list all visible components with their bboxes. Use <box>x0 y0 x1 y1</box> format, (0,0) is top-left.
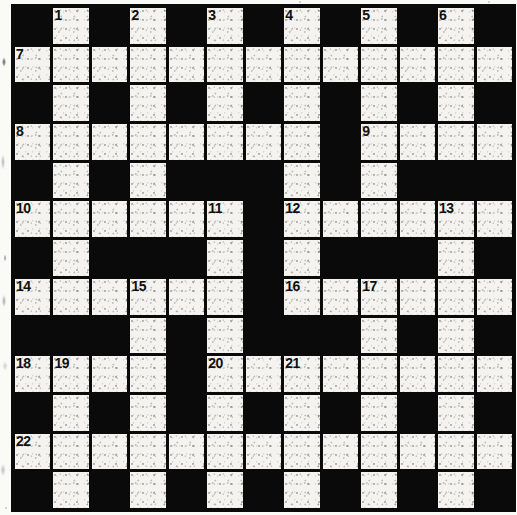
cell-r8c2[interactable] <box>53 279 88 315</box>
clue-number: 17 <box>362 279 377 293</box>
clue-number: 16 <box>285 279 300 293</box>
cell-r7c3 <box>92 240 127 276</box>
clue-number: 8 <box>16 124 23 138</box>
crossword-board: 12345678910111213141516171819202122 <box>11 4 516 512</box>
cell-r3c1 <box>15 85 50 121</box>
cell-r11c3 <box>92 395 127 431</box>
cell-r11c7 <box>246 395 281 431</box>
cell-r3c10[interactable] <box>361 85 396 121</box>
clue-number: 19 <box>54 356 69 370</box>
clue-number: 15 <box>131 279 146 293</box>
cell-r3c2[interactable] <box>53 85 88 121</box>
cell-r13c9 <box>323 472 358 508</box>
cell-r2c5[interactable] <box>169 47 204 83</box>
cell-r1c6[interactable]: 3 <box>207 8 242 44</box>
cell-r8c10[interactable]: 17 <box>361 279 396 315</box>
clue-number: 2 <box>131 8 138 22</box>
cell-r10c4[interactable] <box>130 356 165 392</box>
cell-r13c12[interactable] <box>438 472 473 508</box>
cell-r6c5[interactable] <box>169 201 204 237</box>
cell-r13c7 <box>246 472 281 508</box>
clue-number: 12 <box>285 201 300 215</box>
cell-r2c7[interactable] <box>246 47 281 83</box>
cell-r11c13 <box>477 395 512 431</box>
cell-r6c1[interactable]: 10 <box>15 201 50 237</box>
cell-r13c6[interactable] <box>207 472 242 508</box>
cell-r6c8[interactable]: 12 <box>284 201 319 237</box>
cell-r4c8[interactable] <box>284 124 319 160</box>
clue-number: 11 <box>208 201 222 215</box>
cell-r6c13[interactable] <box>477 201 512 237</box>
cell-r1c3 <box>92 8 127 44</box>
cell-r10c8[interactable]: 21 <box>284 356 319 392</box>
cell-r7c1 <box>15 240 50 276</box>
cell-r8c5[interactable] <box>169 279 204 315</box>
cell-r5c5 <box>169 163 204 199</box>
cell-r5c11 <box>400 163 435 199</box>
cell-r7c2[interactable] <box>53 240 88 276</box>
cell-r13c4[interactable] <box>130 472 165 508</box>
cell-r7c8[interactable] <box>284 240 319 276</box>
cell-r8c4[interactable]: 15 <box>130 279 165 315</box>
cell-r5c8[interactable] <box>284 163 319 199</box>
cell-r1c13 <box>477 8 512 44</box>
cell-r3c7 <box>246 85 281 121</box>
cell-r1c1 <box>15 8 50 44</box>
cell-r13c10[interactable] <box>361 472 396 508</box>
cell-r9c13 <box>477 318 512 354</box>
clue-number: 21 <box>285 356 300 370</box>
cell-r8c7 <box>246 279 281 315</box>
cell-r3c9 <box>323 85 358 121</box>
cell-r2c9[interactable] <box>323 47 358 83</box>
clue-number: 22 <box>16 434 31 448</box>
cell-r6c12[interactable]: 13 <box>438 201 473 237</box>
cell-r4c9 <box>323 124 358 160</box>
cell-r12c2[interactable] <box>53 434 88 470</box>
cell-r1c11 <box>400 8 435 44</box>
cell-r13c8[interactable] <box>284 472 319 508</box>
cell-r12c13[interactable] <box>477 434 512 470</box>
cell-r11c6[interactable] <box>207 395 242 431</box>
cell-r9c7 <box>246 318 281 354</box>
cell-r9c4[interactable] <box>130 318 165 354</box>
cell-r11c4[interactable] <box>130 395 165 431</box>
cell-r4c4[interactable] <box>130 124 165 160</box>
cell-r3c5 <box>169 85 204 121</box>
cell-r10c2[interactable]: 19 <box>53 356 88 392</box>
clue-number: 18 <box>16 356 31 370</box>
cell-r7c11 <box>400 240 435 276</box>
cell-r6c4[interactable] <box>130 201 165 237</box>
cell-r9c12[interactable] <box>438 318 473 354</box>
clue-number: 1 <box>54 8 61 22</box>
cell-r8c8[interactable]: 16 <box>284 279 319 315</box>
cell-r12c3[interactable] <box>92 434 127 470</box>
cell-r4c3[interactable] <box>92 124 127 160</box>
cell-r8c1[interactable]: 14 <box>15 279 50 315</box>
cell-r2c4[interactable] <box>130 47 165 83</box>
cell-r10c11[interactable] <box>400 356 435 392</box>
cell-r1c9 <box>323 8 358 44</box>
clue-number: 14 <box>16 279 31 293</box>
cell-r1c4[interactable]: 2 <box>130 8 165 44</box>
cell-r10c9[interactable] <box>323 356 358 392</box>
cell-r7c10 <box>361 240 396 276</box>
cell-r6c3[interactable] <box>92 201 127 237</box>
cell-r9c3 <box>92 318 127 354</box>
cell-r5c2[interactable] <box>53 163 88 199</box>
cell-r4c7[interactable] <box>246 124 281 160</box>
cell-r13c11 <box>400 472 435 508</box>
cell-r8c12[interactable] <box>438 279 473 315</box>
cell-r8c3[interactable] <box>92 279 127 315</box>
cell-r7c6[interactable] <box>207 240 242 276</box>
cell-r4c5[interactable] <box>169 124 204 160</box>
cell-r11c8[interactable] <box>284 395 319 431</box>
cell-r4c1[interactable]: 8 <box>15 124 50 160</box>
cell-r8c9[interactable] <box>323 279 358 315</box>
cell-r3c11 <box>400 85 435 121</box>
cell-r10c13[interactable] <box>477 356 512 392</box>
cell-r4c10[interactable]: 9 <box>361 124 396 160</box>
cell-r2c3[interactable] <box>92 47 127 83</box>
clue-number: 4 <box>285 8 292 22</box>
cell-r12c7[interactable] <box>246 434 281 470</box>
cell-r12c8[interactable] <box>284 434 319 470</box>
cell-r9c6[interactable] <box>207 318 242 354</box>
cell-r7c5 <box>169 240 204 276</box>
cell-r9c10[interactable] <box>361 318 396 354</box>
cell-r1c8[interactable]: 4 <box>284 8 319 44</box>
cell-r2c10[interactable] <box>361 47 396 83</box>
cell-r3c13 <box>477 85 512 121</box>
cell-r9c2 <box>53 318 88 354</box>
cell-r2c6[interactable] <box>207 47 242 83</box>
cell-r1c7 <box>246 8 281 44</box>
cell-r1c10[interactable]: 5 <box>361 8 396 44</box>
cell-r10c6[interactable]: 20 <box>207 356 242 392</box>
cell-r4c13[interactable] <box>477 124 512 160</box>
cell-r2c11[interactable] <box>400 47 435 83</box>
clue-number: 10 <box>16 201 31 215</box>
cell-r10c7[interactable] <box>246 356 281 392</box>
cell-r6c7 <box>246 201 281 237</box>
cell-r5c13 <box>477 163 512 199</box>
cell-r6c10[interactable] <box>361 201 396 237</box>
cell-r12c6[interactable] <box>207 434 242 470</box>
cell-r7c12[interactable] <box>438 240 473 276</box>
cell-r4c2[interactable] <box>53 124 88 160</box>
cell-r13c2[interactable] <box>53 472 88 508</box>
cell-r9c5 <box>169 318 204 354</box>
clue-number: 3 <box>208 8 215 22</box>
cell-r2c1[interactable]: 7 <box>15 47 50 83</box>
cell-r10c12[interactable] <box>438 356 473 392</box>
cell-r6c9[interactable] <box>323 201 358 237</box>
cell-r2c13[interactable] <box>477 47 512 83</box>
cell-r6c6[interactable]: 11 <box>207 201 242 237</box>
cell-r1c5 <box>169 8 204 44</box>
cell-r9c9 <box>323 318 358 354</box>
cell-r12c10[interactable] <box>361 434 396 470</box>
cell-r8c11[interactable] <box>400 279 435 315</box>
cell-r9c8 <box>284 318 319 354</box>
cell-r11c2[interactable] <box>53 395 88 431</box>
cell-r11c10[interactable] <box>361 395 396 431</box>
cell-r5c7 <box>246 163 281 199</box>
cell-r11c11 <box>400 395 435 431</box>
cell-r12c9[interactable] <box>323 434 358 470</box>
cell-r5c4[interactable] <box>130 163 165 199</box>
clue-number: 13 <box>439 201 454 215</box>
cell-r10c3[interactable] <box>92 356 127 392</box>
cell-r10c1[interactable]: 18 <box>15 356 50 392</box>
cell-r12c11[interactable] <box>400 434 435 470</box>
cell-r1c12[interactable]: 6 <box>438 8 473 44</box>
cell-r5c3 <box>92 163 127 199</box>
cell-r5c1 <box>15 163 50 199</box>
cell-r12c5[interactable] <box>169 434 204 470</box>
cell-r5c12 <box>438 163 473 199</box>
cell-r13c13 <box>477 472 512 508</box>
cell-r7c13 <box>477 240 512 276</box>
cell-r12c1[interactable]: 22 <box>15 434 50 470</box>
cell-r7c7 <box>246 240 281 276</box>
cell-r3c12[interactable] <box>438 85 473 121</box>
cell-r1c2[interactable]: 1 <box>53 8 88 44</box>
cell-r9c1 <box>15 318 50 354</box>
cell-r2c12[interactable] <box>438 47 473 83</box>
cell-r10c5 <box>169 356 204 392</box>
cell-r2c2[interactable] <box>53 47 88 83</box>
cell-r9c11 <box>400 318 435 354</box>
cell-r12c12[interactable] <box>438 434 473 470</box>
cell-r8c13[interactable] <box>477 279 512 315</box>
cell-r6c11[interactable] <box>400 201 435 237</box>
cell-r13c3 <box>92 472 127 508</box>
cell-r5c10[interactable] <box>361 163 396 199</box>
cell-r4c12[interactable] <box>438 124 473 160</box>
clue-number: 20 <box>208 356 223 370</box>
cell-r11c12[interactable] <box>438 395 473 431</box>
cell-r5c9 <box>323 163 358 199</box>
cell-r13c5 <box>169 472 204 508</box>
cell-r7c9 <box>323 240 358 276</box>
clue-number: 9 <box>362 124 369 138</box>
clue-number: 5 <box>362 8 369 22</box>
cell-r11c9 <box>323 395 358 431</box>
cell-r5c6 <box>207 163 242 199</box>
cell-r4c6[interactable] <box>207 124 242 160</box>
clue-number: 6 <box>439 8 446 22</box>
cell-r3c4[interactable] <box>130 85 165 121</box>
cell-r8c6[interactable] <box>207 279 242 315</box>
cell-r3c3 <box>92 85 127 121</box>
cell-r11c1 <box>15 395 50 431</box>
clue-number: 7 <box>16 47 23 61</box>
cell-r4c11[interactable] <box>400 124 435 160</box>
scanned-page: 12345678910111213141516171819202122 <box>0 0 517 515</box>
cell-r11c5 <box>169 395 204 431</box>
cell-r10c10[interactable] <box>361 356 396 392</box>
cell-r13c1 <box>15 472 50 508</box>
cell-r3c6[interactable] <box>207 85 242 121</box>
cell-r7c4 <box>130 240 165 276</box>
cell-r6c2[interactable] <box>53 201 88 237</box>
cell-r12c4[interactable] <box>130 434 165 470</box>
cell-r2c8[interactable] <box>284 47 319 83</box>
cell-r3c8[interactable] <box>284 85 319 121</box>
